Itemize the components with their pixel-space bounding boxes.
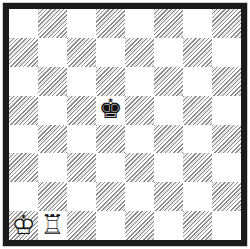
square-e1[interactable] — [125, 211, 154, 240]
square-d5[interactable]: ♚ — [96, 96, 125, 125]
square-f4[interactable] — [154, 125, 183, 154]
square-e4[interactable] — [125, 125, 154, 154]
square-a8[interactable] — [9, 9, 38, 38]
white-king-icon: ♚♔ — [9, 211, 38, 240]
square-a3[interactable] — [9, 153, 38, 182]
square-f1[interactable] — [154, 211, 183, 240]
square-e5[interactable] — [125, 96, 154, 125]
square-d1[interactable] — [96, 211, 125, 240]
square-d2[interactable] — [96, 182, 125, 211]
square-d6[interactable] — [96, 67, 125, 96]
square-e8[interactable] — [125, 9, 154, 38]
square-b8[interactable] — [38, 9, 67, 38]
square-g4[interactable] — [183, 125, 212, 154]
square-b3[interactable] — [38, 153, 67, 182]
black-king-icon-outline: ♚ — [98, 95, 122, 122]
square-f8[interactable] — [154, 9, 183, 38]
square-d3[interactable] — [96, 153, 125, 182]
square-b2[interactable] — [38, 182, 67, 211]
square-c5[interactable] — [67, 96, 96, 125]
square-h6[interactable] — [212, 67, 241, 96]
square-a1[interactable]: ♚♔ — [9, 211, 38, 240]
square-a4[interactable] — [9, 125, 38, 154]
square-h4[interactable] — [212, 125, 241, 154]
square-e7[interactable] — [125, 38, 154, 67]
square-e3[interactable] — [125, 153, 154, 182]
square-b5[interactable] — [38, 96, 67, 125]
square-h5[interactable] — [212, 96, 241, 125]
square-g1[interactable] — [183, 211, 212, 240]
square-e6[interactable] — [125, 67, 154, 96]
square-g6[interactable] — [183, 67, 212, 96]
square-c3[interactable] — [67, 153, 96, 182]
square-e2[interactable] — [125, 182, 154, 211]
square-a5[interactable] — [9, 96, 38, 125]
square-h7[interactable] — [212, 38, 241, 67]
chess-diagram: ♚♚♔♜♖ — [3, 3, 247, 246]
chess-board: ♚♚♔♜♖ — [3, 3, 247, 246]
square-g5[interactable] — [183, 96, 212, 125]
square-h8[interactable] — [212, 9, 241, 38]
square-c7[interactable] — [67, 38, 96, 67]
square-a7[interactable] — [9, 38, 38, 67]
square-h3[interactable] — [212, 153, 241, 182]
square-f3[interactable] — [154, 153, 183, 182]
square-g7[interactable] — [183, 38, 212, 67]
square-d7[interactable] — [96, 38, 125, 67]
white-rook-icon-outline: ♖ — [40, 211, 64, 238]
square-a6[interactable] — [9, 67, 38, 96]
square-g2[interactable] — [183, 182, 212, 211]
square-f5[interactable] — [154, 96, 183, 125]
square-a2[interactable] — [9, 182, 38, 211]
square-f7[interactable] — [154, 38, 183, 67]
square-b1[interactable]: ♜♖ — [38, 211, 67, 240]
square-h2[interactable] — [212, 182, 241, 211]
square-b4[interactable] — [38, 125, 67, 154]
square-b6[interactable] — [38, 67, 67, 96]
square-d8[interactable] — [96, 9, 125, 38]
square-c4[interactable] — [67, 125, 96, 154]
square-b7[interactable] — [38, 38, 67, 67]
square-h1[interactable] — [212, 211, 241, 240]
square-c1[interactable] — [67, 211, 96, 240]
black-king-icon: ♚ — [96, 96, 125, 125]
square-c2[interactable] — [67, 182, 96, 211]
square-f6[interactable] — [154, 67, 183, 96]
square-d4[interactable] — [96, 125, 125, 154]
square-g8[interactable] — [183, 9, 212, 38]
square-c8[interactable] — [67, 9, 96, 38]
white-king-icon-outline: ♔ — [11, 211, 35, 238]
square-f2[interactable] — [154, 182, 183, 211]
square-c6[interactable] — [67, 67, 96, 96]
white-rook-icon: ♜♖ — [38, 211, 67, 240]
square-g3[interactable] — [183, 153, 212, 182]
